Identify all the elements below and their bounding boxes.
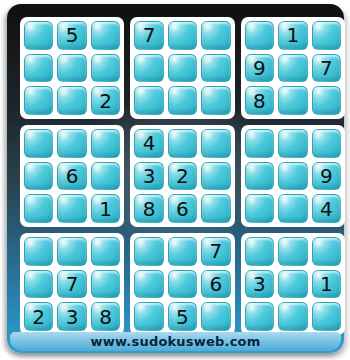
- cell-r3c1[interactable]: [24, 86, 53, 115]
- cell-r7c6[interactable]: 7: [201, 237, 230, 266]
- footer-strip: www.sudokusweb.com: [10, 332, 341, 351]
- cell-r6c1[interactable]: [24, 194, 53, 223]
- cell-r1c4[interactable]: 7: [134, 21, 163, 50]
- cell-r6c6[interactable]: [201, 194, 230, 223]
- box-6: 94: [241, 125, 345, 227]
- cell-r9c3[interactable]: 8: [91, 302, 120, 331]
- cell-r1c2[interactable]: 5: [57, 21, 86, 50]
- cell-r8c6[interactable]: 6: [201, 270, 230, 299]
- cell-r5c8[interactable]: [278, 162, 307, 191]
- cell-r2c5[interactable]: [168, 54, 197, 83]
- cell-r6c3[interactable]: 1: [91, 194, 120, 223]
- sudoku-app: 5271978614328694723876531 www.sudokusweb…: [0, 0, 350, 360]
- cell-r5c4[interactable]: 3: [134, 162, 163, 191]
- cell-r4c5[interactable]: [168, 129, 197, 158]
- cell-r1c5[interactable]: [168, 21, 197, 50]
- cell-r3c8[interactable]: [278, 86, 307, 115]
- cell-r7c9[interactable]: [312, 237, 341, 266]
- cell-r4c4[interactable]: 4: [134, 129, 163, 158]
- cell-r1c1[interactable]: [24, 21, 53, 50]
- cell-r7c7[interactable]: [245, 237, 274, 266]
- cell-r7c5[interactable]: [168, 237, 197, 266]
- cell-r6c5[interactable]: 6: [168, 194, 197, 223]
- cell-r7c1[interactable]: [24, 237, 53, 266]
- cell-r2c8[interactable]: [278, 54, 307, 83]
- cell-r6c8[interactable]: [278, 194, 307, 223]
- cell-r5c6[interactable]: [201, 162, 230, 191]
- box-8: 765: [130, 233, 234, 335]
- cell-r7c3[interactable]: [91, 237, 120, 266]
- cell-r9c7[interactable]: [245, 302, 274, 331]
- cell-r7c8[interactable]: [278, 237, 307, 266]
- cell-r5c2[interactable]: 6: [57, 162, 86, 191]
- cell-r3c7[interactable]: 8: [245, 86, 274, 115]
- cell-r2c2[interactable]: [57, 54, 86, 83]
- cell-r6c2[interactable]: [57, 194, 86, 223]
- cell-r4c6[interactable]: [201, 129, 230, 158]
- cell-r5c3[interactable]: [91, 162, 120, 191]
- cell-r5c9[interactable]: 9: [312, 162, 341, 191]
- cell-r4c9[interactable]: [312, 129, 341, 158]
- cell-r1c9[interactable]: [312, 21, 341, 50]
- cell-r1c8[interactable]: 1: [278, 21, 307, 50]
- cell-r4c8[interactable]: [278, 129, 307, 158]
- cell-r3c2[interactable]: [57, 86, 86, 115]
- box-1: 52: [20, 17, 124, 119]
- cell-r5c7[interactable]: [245, 162, 274, 191]
- cell-r8c7[interactable]: 3: [245, 270, 274, 299]
- cell-r3c3[interactable]: 2: [91, 86, 120, 115]
- cell-r3c9[interactable]: [312, 86, 341, 115]
- cell-r2c3[interactable]: [91, 54, 120, 83]
- cell-r8c4[interactable]: [134, 270, 163, 299]
- site-url[interactable]: www.sudokusweb.com: [91, 334, 261, 349]
- cell-r4c1[interactable]: [24, 129, 53, 158]
- cell-r2c6[interactable]: [201, 54, 230, 83]
- cell-r8c1[interactable]: [24, 270, 53, 299]
- cell-r2c7[interactable]: 9: [245, 54, 274, 83]
- cell-r2c4[interactable]: [134, 54, 163, 83]
- cell-r6c9[interactable]: 4: [312, 194, 341, 223]
- cell-r9c9[interactable]: [312, 302, 341, 331]
- cell-r2c1[interactable]: [24, 54, 53, 83]
- cell-r8c8[interactable]: [278, 270, 307, 299]
- box-9: 31: [241, 233, 345, 335]
- cell-r4c2[interactable]: [57, 129, 86, 158]
- cell-r6c7[interactable]: [245, 194, 274, 223]
- box-2: 7: [130, 17, 234, 119]
- cell-r4c3[interactable]: [91, 129, 120, 158]
- cell-r8c5[interactable]: [168, 270, 197, 299]
- cell-r9c8[interactable]: [278, 302, 307, 331]
- cell-r2c9[interactable]: 7: [312, 54, 341, 83]
- cell-r1c6[interactable]: [201, 21, 230, 50]
- cell-r9c6[interactable]: [201, 302, 230, 331]
- cell-r1c3[interactable]: [91, 21, 120, 50]
- cell-r3c5[interactable]: [168, 86, 197, 115]
- cell-r4c7[interactable]: [245, 129, 274, 158]
- box-3: 1978: [241, 17, 345, 119]
- cell-r9c5[interactable]: 5: [168, 302, 197, 331]
- cell-r9c2[interactable]: 3: [57, 302, 86, 331]
- cell-r9c4[interactable]: [134, 302, 163, 331]
- cell-r5c5[interactable]: 2: [168, 162, 197, 191]
- cell-r6c4[interactable]: 8: [134, 194, 163, 223]
- cell-r7c4[interactable]: [134, 237, 163, 266]
- cell-r9c1[interactable]: 2: [24, 302, 53, 331]
- cell-r8c2[interactable]: 7: [57, 270, 86, 299]
- cell-r5c1[interactable]: [24, 162, 53, 191]
- cell-r3c4[interactable]: [134, 86, 163, 115]
- cell-r7c2[interactable]: [57, 237, 86, 266]
- box-7: 7238: [20, 233, 124, 335]
- box-4: 61: [20, 125, 124, 227]
- cell-r3c6[interactable]: [201, 86, 230, 115]
- sudoku-board: 5271978614328694723876531: [20, 17, 345, 335]
- cell-r8c3[interactable]: [91, 270, 120, 299]
- box-5: 43286: [130, 125, 234, 227]
- cell-r1c7[interactable]: [245, 21, 274, 50]
- cell-r8c9[interactable]: 1: [312, 270, 341, 299]
- board-frame: 5271978614328694723876531 www.sudokusweb…: [7, 4, 344, 353]
